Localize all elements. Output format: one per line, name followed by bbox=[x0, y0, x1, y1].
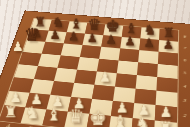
piece-black-pawn-d7: ♟ bbox=[87, 31, 98, 43]
square-h7: ♟ bbox=[159, 40, 179, 53]
piece-white-rook-h1: ♜ bbox=[158, 119, 172, 127]
rank-label-3: 3 bbox=[180, 92, 190, 108]
piece-black-king-e8: ♚ bbox=[105, 17, 120, 34]
square-h1: ♜ bbox=[154, 120, 177, 127]
piece-white-knight-b1: ♞ bbox=[25, 105, 40, 122]
square-e4: ♟ bbox=[94, 71, 116, 86]
square-f7: ♟ bbox=[120, 36, 140, 49]
piece-black-pawn-e7: ♟ bbox=[105, 33, 116, 45]
offboard-piece-black-queen: ♛ bbox=[24, 26, 40, 44]
square-f6 bbox=[119, 48, 140, 62]
piece-white-pawn-a2: ♟ bbox=[9, 90, 21, 104]
scene: ♜♞♝♛♚♝♞♜♟♟♟♟♟♟♟♟♟♟♟♟♟♟♟♟♜♞♝♛♚♝♞♜ ABCDEFG… bbox=[0, 0, 190, 127]
square-e3 bbox=[92, 84, 115, 100]
square-f5 bbox=[117, 60, 138, 75]
rank-label-8: 8 bbox=[180, 30, 189, 42]
rank-label-1: 1 bbox=[180, 122, 190, 127]
square-f4 bbox=[115, 73, 137, 88]
square-d4 bbox=[74, 69, 97, 84]
square-c6 bbox=[61, 43, 83, 57]
square-e6 bbox=[99, 46, 120, 60]
rank-label-6: 6 bbox=[180, 53, 189, 66]
square-h5 bbox=[157, 64, 178, 79]
rank-label-4: 4 bbox=[180, 79, 189, 94]
square-f1: ♝ bbox=[109, 115, 133, 127]
square-b5 bbox=[38, 53, 61, 67]
piece-black-pawn-b7: ♟ bbox=[50, 28, 61, 40]
square-g7: ♟ bbox=[139, 38, 159, 51]
square-e1: ♚ bbox=[86, 113, 110, 127]
piece-black-pawn-g7: ♟ bbox=[143, 36, 154, 48]
piece-white-king-e1: ♚ bbox=[89, 108, 107, 127]
offboard-piece-white-pawn: ♟ bbox=[12, 40, 24, 53]
piece-white-knight-g1: ♞ bbox=[135, 116, 150, 127]
table-surface: ♜♞♝♛♚♝♞♜♟♟♟♟♟♟♟♟♟♟♟♟♟♟♟♟♜♞♝♛♚♝♞♜ ABCDEFG… bbox=[0, 0, 190, 127]
piece-black-pawn-c7: ♟ bbox=[68, 30, 79, 42]
piece-white-bishop-f1: ♝ bbox=[113, 113, 128, 127]
rank-label-5: 5 bbox=[180, 66, 189, 80]
rank-labels: 87654321 bbox=[180, 30, 190, 127]
piece-white-pawn-h2: ♟ bbox=[160, 104, 173, 118]
rank-label-7: 7 bbox=[180, 41, 189, 54]
piece-white-queen-d1: ♛ bbox=[67, 107, 84, 126]
square-e7: ♟ bbox=[101, 35, 122, 48]
square-b6 bbox=[42, 41, 64, 54]
piece-white-bishop-c1: ♝ bbox=[46, 107, 61, 124]
piece-white-pawn-e4: ♟ bbox=[99, 70, 111, 83]
square-g6 bbox=[138, 50, 158, 64]
square-c4 bbox=[54, 67, 77, 82]
piece-white-rook-a1: ♜ bbox=[4, 103, 18, 118]
piece-black-pawn-h7: ♟ bbox=[163, 38, 174, 50]
square-g5 bbox=[137, 62, 158, 77]
square-h6 bbox=[158, 51, 178, 65]
square-d5 bbox=[77, 57, 99, 71]
square-d1: ♛ bbox=[64, 111, 89, 127]
piece-black-pawn-f7: ♟ bbox=[124, 35, 135, 47]
square-g4 bbox=[136, 75, 158, 91]
rank-label-2: 2 bbox=[180, 107, 190, 123]
square-d7: ♟ bbox=[82, 33, 103, 46]
square-h4 bbox=[156, 76, 177, 92]
square-d6 bbox=[80, 45, 101, 59]
square-c7: ♟ bbox=[64, 32, 85, 45]
